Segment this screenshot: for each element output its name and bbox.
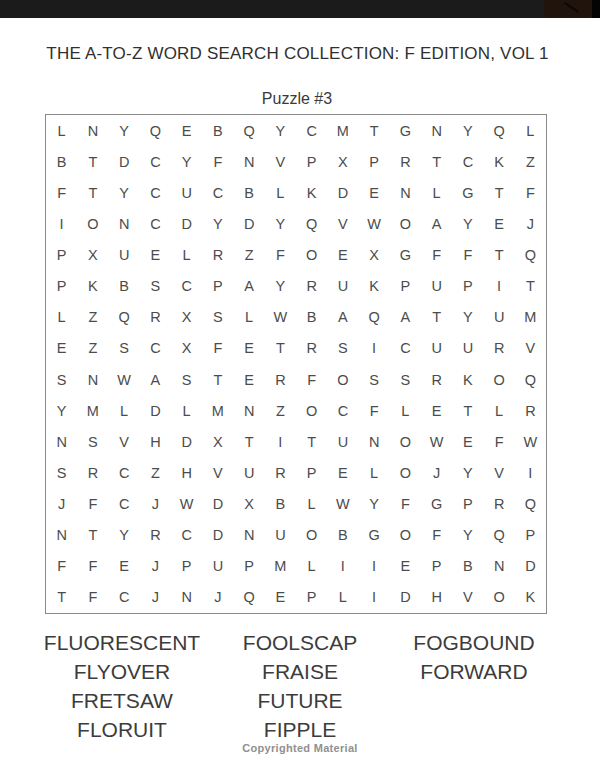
- grid-cell-r9c4[interactable]: A: [140, 364, 171, 395]
- grid-cell-r1c16[interactable]: L: [515, 115, 546, 146]
- grid-cell-r2c4[interactable]: C: [140, 146, 171, 177]
- grid-cell-r14c9[interactable]: O: [296, 520, 327, 551]
- grid-cell-r10c4[interactable]: D: [140, 395, 171, 426]
- grid-cell-r6c15[interactable]: I: [484, 271, 515, 302]
- grid-cell-r15c10[interactable]: I: [327, 551, 358, 582]
- grid-cell-r12c1[interactable]: S: [46, 457, 77, 488]
- word-list-item: FUTURE: [200, 686, 400, 715]
- grid-cell-r9c15[interactable]: O: [484, 364, 515, 395]
- grid-cell-r13c4[interactable]: J: [140, 489, 171, 520]
- grid-cell-r14c11[interactable]: G: [359, 520, 390, 551]
- grid-cell-r6c4[interactable]: S: [140, 271, 171, 302]
- grid-cell-r1c2[interactable]: N: [77, 115, 108, 146]
- grid-cell-r13c16[interactable]: Q: [515, 489, 546, 520]
- grid-cell-r11c3[interactable]: V: [109, 426, 140, 457]
- word-list-item: FLYOVER: [22, 657, 222, 686]
- word-list-column-1: FLUORESCENTFLYOVERFRETSAWFLORUIT: [22, 628, 222, 744]
- grid-cell-r7c2[interactable]: Z: [77, 302, 108, 333]
- word-list-item: FOOLSCAP: [200, 628, 400, 657]
- grid-cell-r2c11[interactable]: P: [359, 146, 390, 177]
- grid-cell-r11c13[interactable]: W: [421, 426, 452, 457]
- grid-cell-r9c7[interactable]: E: [234, 364, 265, 395]
- grid-cell-r9c12[interactable]: S: [390, 364, 421, 395]
- grid-cell-r5c13[interactable]: F: [421, 240, 452, 271]
- grid-cell-r4c4[interactable]: C: [140, 208, 171, 239]
- grid-cell-r2c9[interactable]: P: [296, 146, 327, 177]
- copyright-notice: Copyrighted Material: [0, 742, 600, 754]
- grid-cell-r7c8[interactable]: W: [265, 302, 296, 333]
- grid-cell-r14c16[interactable]: P: [515, 520, 546, 551]
- grid-cell-r12c11[interactable]: L: [359, 457, 390, 488]
- grid-cell-r13c12[interactable]: F: [390, 489, 421, 520]
- grid-cell-r13c8[interactable]: B: [265, 489, 296, 520]
- grid-cell-r3c2[interactable]: T: [77, 177, 108, 208]
- grid-cell-r16c10[interactable]: L: [327, 582, 358, 613]
- preview-top-bar: [0, 0, 600, 18]
- grid-cell-r14c1[interactable]: N: [46, 520, 77, 551]
- grid-cell-r11c10[interactable]: U: [327, 426, 358, 457]
- grid-cell-r4c13[interactable]: A: [421, 208, 452, 239]
- grid-cell-r16c6[interactable]: J: [202, 582, 233, 613]
- grid-cell-r9c1[interactable]: S: [46, 364, 77, 395]
- grid-cell-r11c9[interactable]: T: [296, 426, 327, 457]
- grid-cell-r7c6[interactable]: S: [202, 302, 233, 333]
- grid-cell-r10c14[interactable]: T: [452, 395, 483, 426]
- grid-cell-r13c15[interactable]: R: [484, 489, 515, 520]
- grid-cell-r15c6[interactable]: U: [202, 551, 233, 582]
- grid-cell-r3c10[interactable]: D: [327, 177, 358, 208]
- grid-cell-r13c13[interactable]: G: [421, 489, 452, 520]
- grid-cell-r14c12[interactable]: O: [390, 520, 421, 551]
- word-list-item: FRETSAW: [22, 686, 222, 715]
- grid-cell-r4c8[interactable]: Y: [265, 208, 296, 239]
- grid-cell-r1c1[interactable]: L: [46, 115, 77, 146]
- grid-cell-r6c16[interactable]: T: [515, 271, 546, 302]
- grid-cell-r15c1[interactable]: F: [46, 551, 77, 582]
- grid-cell-r7c9[interactable]: B: [296, 302, 327, 333]
- grid-cell-r12c7[interactable]: U: [234, 457, 265, 488]
- grid-cell-r16c7[interactable]: Q: [234, 582, 265, 613]
- magnifier-cursor-overlay: [544, 0, 592, 18]
- grid-cell-r8c9[interactable]: R: [296, 333, 327, 364]
- grid-cell-r15c5[interactable]: P: [171, 551, 202, 582]
- grid-cell-r5c4[interactable]: E: [140, 240, 171, 271]
- grid-cell-r3c4[interactable]: C: [140, 177, 171, 208]
- grid-cell-r5c2[interactable]: X: [77, 240, 108, 271]
- grid-cell-r14c8[interactable]: U: [265, 520, 296, 551]
- grid-cell-r10c16[interactable]: R: [515, 395, 546, 426]
- grid-cell-r12c13[interactable]: J: [421, 457, 452, 488]
- grid-cell-r5c7[interactable]: Z: [234, 240, 265, 271]
- grid-cell-r12c12[interactable]: O: [390, 457, 421, 488]
- grid-cell-r16c11[interactable]: I: [359, 582, 390, 613]
- grid-cell-r12c3[interactable]: C: [109, 457, 140, 488]
- grid-cell-r1c10[interactable]: M: [327, 115, 358, 146]
- grid-cell-r5c12[interactable]: G: [390, 240, 421, 271]
- grid-cell-r14c4[interactable]: R: [140, 520, 171, 551]
- grid-cell-r16c16[interactable]: K: [515, 582, 546, 613]
- grid-cell-r15c15[interactable]: N: [484, 551, 515, 582]
- grid-cell-r4c16[interactable]: J: [515, 208, 546, 239]
- grid-cell-r11c15[interactable]: F: [484, 426, 515, 457]
- grid-cell-r4c15[interactable]: E: [484, 208, 515, 239]
- grid-cell-r5c10[interactable]: E: [327, 240, 358, 271]
- grid-cell-r1c15[interactable]: Q: [484, 115, 515, 146]
- grid-cell-r16c1[interactable]: T: [46, 582, 77, 613]
- grid-cell-r4c10[interactable]: V: [327, 208, 358, 239]
- grid-cell-r15c7[interactable]: P: [234, 551, 265, 582]
- grid-cell-r10c8[interactable]: Z: [265, 395, 296, 426]
- grid-cell-r14c7[interactable]: N: [234, 520, 265, 551]
- grid-cell-r9c9[interactable]: F: [296, 364, 327, 395]
- grid-cell-r8c2[interactable]: Z: [77, 333, 108, 364]
- grid-cell-r3c3[interactable]: Y: [109, 177, 140, 208]
- grid-cell-r2c5[interactable]: Y: [171, 146, 202, 177]
- grid-cell-r10c13[interactable]: E: [421, 395, 452, 426]
- grid-cell-r16c14[interactable]: V: [452, 582, 483, 613]
- grid-cell-r3c9[interactable]: K: [296, 177, 327, 208]
- grid-cell-r1c11[interactable]: T: [359, 115, 390, 146]
- grid-cell-r10c15[interactable]: L: [484, 395, 515, 426]
- grid-cell-r2c2[interactable]: T: [77, 146, 108, 177]
- grid-cell-r15c3[interactable]: E: [109, 551, 140, 582]
- grid-cell-r3c8[interactable]: L: [265, 177, 296, 208]
- grid-cell-r5c11[interactable]: X: [359, 240, 390, 271]
- grid-cell-r5c6[interactable]: R: [202, 240, 233, 271]
- grid-cell-r3c6[interactable]: C: [202, 177, 233, 208]
- grid-cell-r15c16[interactable]: D: [515, 551, 546, 582]
- book-title: THE A-TO-Z WORD SEARCH COLLECTION: F EDI…: [0, 44, 595, 64]
- grid-cell-r13c14[interactable]: P: [452, 489, 483, 520]
- grid-cell-r4c14[interactable]: Y: [452, 208, 483, 239]
- grid-cell-r2c12[interactable]: R: [390, 146, 421, 177]
- grid-cell-r15c8[interactable]: M: [265, 551, 296, 582]
- word-list-column-3: FOGBOUNDFORWARD: [374, 628, 574, 686]
- grid-cell-r6c7[interactable]: A: [234, 271, 265, 302]
- grid-cell-r9c6[interactable]: T: [202, 364, 233, 395]
- grid-cell-r14c2[interactable]: T: [77, 520, 108, 551]
- grid-cell-r11c14[interactable]: E: [452, 426, 483, 457]
- grid-cell-r1c9[interactable]: C: [296, 115, 327, 146]
- grid-cell-r16c12[interactable]: D: [390, 582, 421, 613]
- grid-cell-r4c1[interactable]: I: [46, 208, 77, 239]
- grid-cell-r6c13[interactable]: U: [421, 271, 452, 302]
- grid-cell-r6c2[interactable]: K: [77, 271, 108, 302]
- grid-cell-r15c14[interactable]: B: [452, 551, 483, 582]
- grid-cell-r6c9[interactable]: R: [296, 271, 327, 302]
- grid-cell-r13c10[interactable]: W: [327, 489, 358, 520]
- grid-cell-r9c3[interactable]: W: [109, 364, 140, 395]
- grid-cell-r5c9[interactable]: O: [296, 240, 327, 271]
- grid-cell-r8c6[interactable]: F: [202, 333, 233, 364]
- grid-cell-r14c5[interactable]: C: [171, 520, 202, 551]
- grid-cell-r10c2[interactable]: M: [77, 395, 108, 426]
- word-list-item: FOGBOUND: [374, 628, 574, 657]
- word-list-column-2: FOOLSCAPFRAISEFUTUREFIPPLE: [200, 628, 400, 744]
- grid-cell-r11c4[interactable]: H: [140, 426, 171, 457]
- grid-cell-r1c5[interactable]: E: [171, 115, 202, 146]
- grid-cell-r6c10[interactable]: U: [327, 271, 358, 302]
- grid-cell-r11c1[interactable]: N: [46, 426, 77, 457]
- grid-cell-r12c9[interactable]: P: [296, 457, 327, 488]
- grid-cell-r16c5[interactable]: N: [171, 582, 202, 613]
- grid-cell-r13c3[interactable]: C: [109, 489, 140, 520]
- grid-cell-r1c6[interactable]: B: [202, 115, 233, 146]
- grid-cell-r2c13[interactable]: T: [421, 146, 452, 177]
- grid-cell-r11c5[interactable]: D: [171, 426, 202, 457]
- grid-cell-r16c2[interactable]: F: [77, 582, 108, 613]
- word-list-item: FLORUIT: [22, 715, 222, 744]
- grid-cell-r11c6[interactable]: X: [202, 426, 233, 457]
- grid-cell-r8c1[interactable]: E: [46, 333, 77, 364]
- grid-cell-r15c4[interactable]: J: [140, 551, 171, 582]
- grid-cell-r9c11[interactable]: S: [359, 364, 390, 395]
- grid-cell-r9c14[interactable]: K: [452, 364, 483, 395]
- grid-cell-r8c13[interactable]: U: [421, 333, 452, 364]
- grid-cell-r8c7[interactable]: E: [234, 333, 265, 364]
- grid-cell-r13c1[interactable]: J: [46, 489, 77, 520]
- grid-cell-r7c16[interactable]: M: [515, 302, 546, 333]
- grid-cell-r8c4[interactable]: C: [140, 333, 171, 364]
- grid-cell-r4c6[interactable]: Y: [202, 208, 233, 239]
- grid-cell-r12c10[interactable]: E: [327, 457, 358, 488]
- grid-cell-r2c7[interactable]: N: [234, 146, 265, 177]
- grid-cell-r10c6[interactable]: M: [202, 395, 233, 426]
- grid-cell-r5c5[interactable]: L: [171, 240, 202, 271]
- grid-cell-r4c9[interactable]: Q: [296, 208, 327, 239]
- grid-cell-r5c3[interactable]: U: [109, 240, 140, 271]
- grid-cell-r16c13[interactable]: H: [421, 582, 452, 613]
- grid-cell-r11c12[interactable]: O: [390, 426, 421, 457]
- grid-cell-r16c9[interactable]: P: [296, 582, 327, 613]
- grid-cell-r10c12[interactable]: L: [390, 395, 421, 426]
- grid-cell-r1c13[interactable]: N: [421, 115, 452, 146]
- grid-cell-r5c14[interactable]: F: [452, 240, 483, 271]
- grid-cell-r4c3[interactable]: N: [109, 208, 140, 239]
- grid-cell-r3c16[interactable]: F: [515, 177, 546, 208]
- grid-cell-r4c11[interactable]: W: [359, 208, 390, 239]
- grid-cell-r11c8[interactable]: I: [265, 426, 296, 457]
- grid-cell-r2c8[interactable]: V: [265, 146, 296, 177]
- grid-cell-r11c7[interactable]: T: [234, 426, 265, 457]
- grid-cell-r6c8[interactable]: Y: [265, 271, 296, 302]
- grid-cell-r7c5[interactable]: X: [171, 302, 202, 333]
- grid-cell-r2c15[interactable]: K: [484, 146, 515, 177]
- grid-cell-r6c3[interactable]: B: [109, 271, 140, 302]
- grid-cell-r4c12[interactable]: O: [390, 208, 421, 239]
- grid-cell-r2c16[interactable]: Z: [515, 146, 546, 177]
- grid-cell-r2c3[interactable]: D: [109, 146, 140, 177]
- grid-cell-r10c7[interactable]: N: [234, 395, 265, 426]
- grid-cell-r9c13[interactable]: R: [421, 364, 452, 395]
- grid-cell-r3c12[interactable]: N: [390, 177, 421, 208]
- grid-cell-r3c13[interactable]: L: [421, 177, 452, 208]
- grid-cell-r4c5[interactable]: D: [171, 208, 202, 239]
- top-bar-right-cap: [592, 0, 600, 18]
- word-list: FLUORESCENTFLYOVERFRETSAWFLORUIT FOOLSCA…: [0, 628, 600, 746]
- grid-cell-r12c6[interactable]: V: [202, 457, 233, 488]
- grid-cell-r7c7[interactable]: L: [234, 302, 265, 333]
- grid-cell-r4c7[interactable]: D: [234, 208, 265, 239]
- grid-cell-r6c12[interactable]: P: [390, 271, 421, 302]
- grid-cell-r8c8[interactable]: T: [265, 333, 296, 364]
- grid-cell-r14c6[interactable]: D: [202, 520, 233, 551]
- grid-cell-r15c12[interactable]: E: [390, 551, 421, 582]
- grid-cell-r5c16[interactable]: Q: [515, 240, 546, 271]
- grid-cell-r6c6[interactable]: P: [202, 271, 233, 302]
- grid-cell-r8c16[interactable]: V: [515, 333, 546, 364]
- grid-cell-r5c1[interactable]: P: [46, 240, 77, 271]
- grid-cell-r6c5[interactable]: C: [171, 271, 202, 302]
- grid-cell-r7c10[interactable]: A: [327, 302, 358, 333]
- grid-cell-r1c8[interactable]: Y: [265, 115, 296, 146]
- grid-cell-r14c14[interactable]: Y: [452, 520, 483, 551]
- grid-cell-r1c7[interactable]: Q: [234, 115, 265, 146]
- word-search-grid: LNYQEBQYCMTGNYQLBTDCYFNVPXPRTCKZFTYCUCBL…: [45, 114, 547, 614]
- grid-cell-r15c2[interactable]: F: [77, 551, 108, 582]
- grid-cell-r6c14[interactable]: P: [452, 271, 483, 302]
- grid-cell-r7c3[interactable]: Q: [109, 302, 140, 333]
- grid-cell-r10c10[interactable]: C: [327, 395, 358, 426]
- grid-cell-r10c1[interactable]: Y: [46, 395, 77, 426]
- grid-cell-r11c11[interactable]: N: [359, 426, 390, 457]
- grid-cell-r8c11[interactable]: I: [359, 333, 390, 364]
- cursor-handle-icon: [564, 2, 579, 13]
- grid-cell-r8c15[interactable]: R: [484, 333, 515, 364]
- grid-cell-r1c12[interactable]: G: [390, 115, 421, 146]
- word-list-item: FORWARD: [374, 657, 574, 686]
- grid-cell-r16c3[interactable]: C: [109, 582, 140, 613]
- puzzle-number-label: Puzzle #3: [0, 90, 594, 108]
- grid-cell-r13c5[interactable]: W: [171, 489, 202, 520]
- grid-cell-r8c3[interactable]: S: [109, 333, 140, 364]
- grid-cell-r2c1[interactable]: B: [46, 146, 77, 177]
- grid-cell-r1c3[interactable]: Y: [109, 115, 140, 146]
- grid-cell-r12c5[interactable]: H: [171, 457, 202, 488]
- grid-cell-r9c5[interactable]: S: [171, 364, 202, 395]
- grid-cell-r6c1[interactable]: P: [46, 271, 77, 302]
- grid-cell-r3c14[interactable]: G: [452, 177, 483, 208]
- grid-cell-r8c10[interactable]: S: [327, 333, 358, 364]
- grid-cell-r11c16[interactable]: W: [515, 426, 546, 457]
- grid-cell-r16c15[interactable]: O: [484, 582, 515, 613]
- grid-cell-r16c8[interactable]: E: [265, 582, 296, 613]
- grid-cell-r7c11[interactable]: Q: [359, 302, 390, 333]
- grid-cell-r12c14[interactable]: Y: [452, 457, 483, 488]
- grid-cell-r7c14[interactable]: Y: [452, 302, 483, 333]
- grid-cell-r10c9[interactable]: O: [296, 395, 327, 426]
- grid-cell-r12c8[interactable]: R: [265, 457, 296, 488]
- grid-cell-r1c4[interactable]: Q: [140, 115, 171, 146]
- grid-cell-r14c13[interactable]: F: [421, 520, 452, 551]
- grid-cell-r11c2[interactable]: S: [77, 426, 108, 457]
- grid-cell-r15c11[interactable]: I: [359, 551, 390, 582]
- grid-cell-r12c2[interactable]: R: [77, 457, 108, 488]
- word-list-item: FRAISE: [200, 657, 400, 686]
- grid-cell-r9c10[interactable]: O: [327, 364, 358, 395]
- grid-cell-r9c8[interactable]: R: [265, 364, 296, 395]
- grid-cell-r14c10[interactable]: B: [327, 520, 358, 551]
- grid-cell-r16c4[interactable]: J: [140, 582, 171, 613]
- grid-cell-r8c12[interactable]: C: [390, 333, 421, 364]
- grid-cell-r10c3[interactable]: L: [109, 395, 140, 426]
- grid-cell-r7c15[interactable]: U: [484, 302, 515, 333]
- grid-cell-r15c9[interactable]: L: [296, 551, 327, 582]
- grid-cell-r3c15[interactable]: T: [484, 177, 515, 208]
- grid-cell-r2c6[interactable]: F: [202, 146, 233, 177]
- grid-cell-r5c8[interactable]: F: [265, 240, 296, 271]
- grid-cell-r7c1[interactable]: L: [46, 302, 77, 333]
- grid-cell-r7c13[interactable]: T: [421, 302, 452, 333]
- grid-cell-r8c5[interactable]: X: [171, 333, 202, 364]
- grid-cell-r3c7[interactable]: B: [234, 177, 265, 208]
- grid-cell-r9c2[interactable]: N: [77, 364, 108, 395]
- grid-cell-r13c2[interactable]: F: [77, 489, 108, 520]
- grid-cell-r2c14[interactable]: C: [452, 146, 483, 177]
- grid-cell-r9c16[interactable]: Q: [515, 364, 546, 395]
- grid-cell-r3c1[interactable]: F: [46, 177, 77, 208]
- grid-cell-r13c11[interactable]: Y: [359, 489, 390, 520]
- grid-cell-r13c7[interactable]: X: [234, 489, 265, 520]
- grid-cell-r15c13[interactable]: P: [421, 551, 452, 582]
- grid-cell-r12c4[interactable]: Z: [140, 457, 171, 488]
- grid-cell-r5c15[interactable]: T: [484, 240, 515, 271]
- grid-cell-r14c3[interactable]: Y: [109, 520, 140, 551]
- grid-cell-r7c4[interactable]: R: [140, 302, 171, 333]
- word-list-item: FIPPLE: [200, 715, 400, 744]
- grid-cell-r10c5[interactable]: L: [171, 395, 202, 426]
- grid-cell-r1c14[interactable]: Y: [452, 115, 483, 146]
- grid-cell-r13c9[interactable]: L: [296, 489, 327, 520]
- grid-cell-r8c14[interactable]: U: [452, 333, 483, 364]
- grid-cell-r7c12[interactable]: A: [390, 302, 421, 333]
- grid-cell-r14c15[interactable]: Q: [484, 520, 515, 551]
- grid-cell-r13c6[interactable]: D: [202, 489, 233, 520]
- grid-cell-r3c5[interactable]: U: [171, 177, 202, 208]
- word-list-item: FLUORESCENT: [22, 628, 222, 657]
- grid-cell-r12c15[interactable]: V: [484, 457, 515, 488]
- grid-cell-r4c2[interactable]: O: [77, 208, 108, 239]
- grid-cell-r10c11[interactable]: F: [359, 395, 390, 426]
- grid-cell-r12c16[interactable]: I: [515, 457, 546, 488]
- grid-cell-r2c10[interactable]: X: [327, 146, 358, 177]
- grid-cell-r3c11[interactable]: E: [359, 177, 390, 208]
- grid-cell-r6c11[interactable]: K: [359, 271, 390, 302]
